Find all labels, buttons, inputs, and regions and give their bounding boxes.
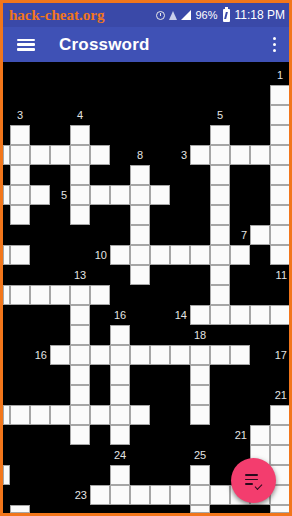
white-cell[interactable] (130, 345, 150, 365)
black-cell (190, 225, 210, 245)
white-cell[interactable] (270, 405, 289, 425)
black-cell (90, 445, 110, 465)
white-cell[interactable] (10, 185, 30, 205)
white-cell[interactable] (150, 345, 170, 365)
black-cell: 16 (30, 345, 50, 365)
black-cell (190, 105, 210, 125)
black-cell (50, 265, 70, 285)
white-cell[interactable] (270, 225, 289, 245)
white-cell[interactable] (250, 145, 270, 165)
white-cell[interactable] (270, 205, 289, 225)
black-cell (230, 85, 250, 105)
clue-number: 4 (77, 110, 83, 121)
black-cell (3, 505, 10, 513)
black-cell (10, 425, 30, 445)
black-cell (90, 325, 110, 345)
black-cell (150, 325, 170, 345)
black-cell: 5 (50, 185, 70, 205)
white-cell[interactable] (250, 425, 270, 445)
black-cell (170, 185, 190, 205)
clue-number: 17 (275, 350, 287, 361)
battery-icon (223, 9, 230, 22)
black-cell (250, 65, 270, 85)
black-cell (3, 125, 10, 145)
black-cell (170, 85, 190, 105)
black-cell (150, 385, 170, 405)
white-cell[interactable] (270, 425, 289, 445)
white-cell[interactable] (170, 485, 190, 505)
black-cell (150, 265, 170, 285)
black-cell (50, 125, 70, 145)
black-cell (110, 145, 130, 165)
white-cell[interactable] (250, 225, 270, 245)
black-cell (30, 105, 50, 125)
black-cell: 23 (70, 485, 90, 505)
black-cell (170, 425, 190, 445)
white-cell[interactable] (270, 305, 289, 325)
black-cell (250, 125, 270, 145)
white-cell[interactable] (250, 305, 270, 325)
black-cell (50, 205, 70, 225)
black-cell (3, 445, 10, 465)
menu-icon[interactable] (17, 39, 35, 51)
black-cell (230, 125, 250, 145)
white-cell[interactable] (130, 185, 150, 205)
black-cell (230, 385, 250, 405)
white-cell[interactable] (50, 345, 70, 365)
white-cell[interactable] (230, 305, 250, 325)
black-cell (150, 205, 170, 225)
black-cell (110, 285, 130, 305)
black-cell: 5 (210, 105, 230, 125)
white-cell[interactable] (270, 125, 289, 145)
black-cell (10, 305, 30, 325)
black-cell (230, 65, 250, 85)
black-cell (70, 505, 90, 513)
white-cell[interactable] (10, 285, 30, 305)
black-cell (150, 505, 170, 513)
white-cell[interactable] (110, 365, 130, 385)
black-cell (230, 205, 250, 225)
black-cell (270, 365, 289, 385)
black-cell: 14 (170, 305, 190, 325)
black-cell (210, 445, 230, 465)
white-cell[interactable] (90, 405, 110, 425)
black-cell (250, 265, 270, 285)
black-cell: 24 (110, 445, 130, 465)
black-cell (170, 365, 190, 385)
clue-number: 24 (114, 450, 126, 461)
black-cell: 10 (90, 245, 110, 265)
black-cell (170, 205, 190, 225)
white-cell[interactable] (230, 245, 250, 265)
black-cell (90, 305, 110, 325)
black-cell: 11 (270, 265, 289, 285)
black-cell (150, 145, 170, 165)
black-cell (90, 365, 110, 385)
black-cell (250, 365, 270, 385)
white-cell[interactable] (110, 385, 130, 405)
black-cell (250, 405, 270, 425)
black-cell (210, 505, 230, 513)
white-cell[interactable] (10, 245, 30, 265)
black-cell (190, 185, 210, 205)
clue-number: 5 (217, 110, 223, 121)
black-cell (3, 225, 10, 245)
black-cell (250, 385, 270, 405)
clue-number: 21 (235, 430, 247, 441)
black-cell (210, 405, 230, 425)
black-cell (10, 385, 30, 405)
black-cell (50, 105, 70, 125)
white-cell[interactable] (70, 365, 90, 385)
battery-percent: 96% (195, 9, 217, 21)
white-cell[interactable] (130, 205, 150, 225)
black-cell (130, 85, 150, 105)
white-cell[interactable] (270, 245, 289, 265)
black-cell (130, 105, 150, 125)
black-cell: 25 (190, 445, 210, 465)
black-cell (130, 425, 150, 445)
black-cell (3, 305, 10, 325)
black-cell (90, 225, 110, 245)
black-cell (170, 505, 190, 513)
white-cell[interactable] (270, 165, 289, 185)
black-cell (50, 65, 70, 85)
black-cell (110, 65, 130, 85)
white-cell[interactable] (150, 245, 170, 265)
black-cell (230, 265, 250, 285)
black-cell (110, 205, 130, 225)
white-cell[interactable] (70, 305, 90, 325)
black-cell (3, 365, 10, 385)
black-cell (10, 345, 30, 365)
white-cell[interactable] (3, 185, 10, 205)
black-cell (190, 265, 210, 285)
white-cell[interactable] (110, 485, 130, 505)
black-cell (70, 445, 90, 465)
check-answers-fab[interactable] (231, 458, 276, 503)
black-cell (90, 385, 110, 405)
black-cell (210, 365, 230, 385)
black-cell (210, 385, 230, 405)
white-cell[interactable] (230, 145, 250, 165)
white-cell[interactable] (90, 285, 110, 305)
white-cell[interactable] (190, 385, 210, 405)
black-cell (170, 265, 190, 285)
black-cell (150, 465, 170, 485)
black-cell (150, 125, 170, 145)
black-cell (130, 445, 150, 465)
clue-number: 25 (194, 450, 206, 461)
black-cell (170, 125, 190, 145)
white-cell[interactable] (110, 325, 130, 345)
white-cell[interactable] (70, 165, 90, 185)
white-cell[interactable] (3, 285, 10, 305)
white-cell[interactable] (190, 505, 210, 513)
black-cell (30, 125, 50, 145)
white-cell[interactable] (3, 145, 10, 165)
white-cell[interactable] (130, 225, 150, 245)
white-cell[interactable] (210, 125, 230, 145)
black-cell (230, 505, 250, 513)
black-cell: 13 (70, 265, 90, 285)
black-cell (190, 125, 210, 145)
app-bar: Crossword (3, 27, 289, 62)
white-cell[interactable] (270, 445, 289, 465)
white-cell[interactable] (190, 305, 210, 325)
white-cell[interactable] (3, 405, 10, 425)
white-cell[interactable] (130, 265, 150, 285)
black-cell (50, 445, 70, 465)
black-cell (30, 385, 50, 405)
white-cell[interactable] (210, 185, 230, 205)
white-cell[interactable] (210, 285, 230, 305)
black-cell (110, 165, 130, 185)
white-cell[interactable] (270, 85, 289, 105)
clue-number: 10 (95, 250, 107, 261)
white-cell[interactable] (130, 405, 150, 425)
black-cell (3, 325, 10, 345)
black-cell (150, 85, 170, 105)
white-cell[interactable] (210, 205, 230, 225)
white-cell[interactable] (3, 245, 10, 265)
white-cell[interactable] (270, 105, 289, 125)
vibrate-icon (169, 11, 177, 20)
white-cell[interactable] (110, 405, 130, 425)
black-cell: 3 (10, 105, 30, 125)
white-cell[interactable] (170, 345, 190, 365)
overflow-menu-icon[interactable] (269, 33, 281, 57)
white-cell[interactable] (270, 505, 289, 513)
black-cell (90, 465, 110, 485)
black-cell (170, 165, 190, 185)
black-cell (50, 325, 70, 345)
white-cell[interactable] (270, 185, 289, 205)
black-cell (3, 105, 10, 125)
white-cell[interactable] (30, 185, 50, 205)
white-cell[interactable] (70, 345, 90, 365)
black-cell (70, 245, 90, 265)
white-cell[interactable] (30, 405, 50, 425)
signal-icon (181, 10, 191, 20)
white-cell[interactable] (90, 185, 110, 205)
white-cell[interactable] (110, 345, 130, 365)
white-cell[interactable] (230, 345, 250, 365)
black-cell (10, 265, 30, 285)
white-cell[interactable] (190, 405, 210, 425)
white-cell[interactable] (190, 465, 210, 485)
black-cell (230, 325, 250, 345)
black-cell (250, 325, 270, 345)
clue-number: 13 (74, 270, 86, 281)
black-cell (30, 445, 50, 465)
black-cell (50, 305, 70, 325)
black-cell (10, 485, 30, 505)
clue-number: 3 (181, 150, 187, 161)
white-cell[interactable] (50, 285, 70, 305)
black-cell (30, 265, 50, 285)
white-cell[interactable] (70, 425, 90, 445)
black-cell (230, 405, 250, 425)
watermark-text: hack-cheat.org (9, 8, 104, 23)
white-cell[interactable] (210, 305, 230, 325)
white-cell[interactable] (70, 325, 90, 345)
white-cell[interactable] (110, 185, 130, 205)
white-cell[interactable] (190, 365, 210, 385)
white-cell[interactable] (30, 285, 50, 305)
black-cell: 1 (270, 65, 289, 85)
black-cell (90, 425, 110, 445)
black-cell (30, 325, 50, 345)
white-cell[interactable] (70, 405, 90, 425)
black-cell (170, 465, 190, 485)
black-cell (90, 105, 110, 125)
white-cell[interactable] (190, 485, 210, 505)
black-cell: 7 (230, 225, 250, 245)
white-cell[interactable] (210, 485, 230, 505)
black-cell (270, 325, 289, 345)
black-cell (90, 65, 110, 85)
white-cell[interactable] (190, 245, 210, 265)
white-cell[interactable] (210, 145, 230, 165)
white-cell[interactable] (70, 145, 90, 165)
white-cell[interactable] (3, 465, 10, 485)
white-cell[interactable] (210, 165, 230, 185)
black-cell (150, 425, 170, 445)
white-cell[interactable] (190, 145, 210, 165)
clue-number: 14 (175, 310, 187, 321)
white-cell[interactable] (130, 165, 150, 185)
white-cell[interactable] (110, 245, 130, 265)
white-cell[interactable] (210, 225, 230, 245)
black-cell: 21 (270, 385, 289, 405)
black-cell (90, 165, 110, 185)
white-cell[interactable] (10, 145, 30, 165)
black-cell (150, 405, 170, 425)
black-cell (3, 485, 10, 505)
white-cell[interactable] (90, 345, 110, 365)
black-cell (3, 165, 10, 185)
white-cell[interactable] (150, 485, 170, 505)
black-cell (90, 85, 110, 105)
black-cell (250, 345, 270, 365)
black-cell (210, 325, 230, 345)
black-cell (3, 65, 10, 85)
black-cell: 3 (170, 145, 190, 165)
white-cell[interactable] (30, 145, 50, 165)
black-cell (210, 65, 230, 85)
black-cell (150, 225, 170, 245)
black-cell (10, 465, 30, 485)
white-cell[interactable] (70, 285, 90, 305)
page-title: Crossword (59, 35, 150, 55)
black-cell (3, 205, 10, 225)
black-cell (70, 465, 90, 485)
black-cell (30, 65, 50, 85)
white-cell[interactable] (270, 145, 289, 165)
black-cell (50, 465, 70, 485)
black-cell (110, 105, 130, 125)
black-cell (230, 105, 250, 125)
white-cell[interactable] (150, 185, 170, 205)
black-cell (70, 225, 90, 245)
white-cell[interactable] (10, 505, 30, 513)
white-cell[interactable] (70, 185, 90, 205)
white-cell[interactable] (110, 425, 130, 445)
black-cell (250, 285, 270, 305)
black-cell (70, 85, 90, 105)
black-cell: 18 (190, 325, 210, 345)
clue-number: 16 (35, 350, 47, 361)
black-cell (10, 445, 30, 465)
white-cell[interactable] (130, 485, 150, 505)
black-cell (150, 105, 170, 125)
white-cell[interactable] (210, 245, 230, 265)
black-cell (210, 465, 230, 485)
black-cell (50, 85, 70, 105)
black-cell (250, 165, 270, 185)
white-cell[interactable] (210, 265, 230, 285)
black-cell: 4 (70, 105, 90, 125)
white-cell[interactable] (190, 345, 210, 365)
black-cell (30, 205, 50, 225)
status-time: 11:18 PM (235, 8, 285, 22)
black-cell (110, 125, 130, 145)
black-cell (30, 425, 50, 445)
black-cell: 21 (230, 425, 250, 445)
black-cell (130, 325, 150, 345)
white-cell[interactable] (50, 405, 70, 425)
black-cell (10, 365, 30, 385)
white-cell[interactable] (50, 145, 70, 165)
white-cell[interactable] (70, 205, 90, 225)
black-cell (90, 125, 110, 145)
black-cell (10, 65, 30, 85)
black-cell (30, 85, 50, 105)
white-cell[interactable] (10, 165, 30, 185)
white-cell[interactable] (70, 125, 90, 145)
white-cell[interactable] (10, 205, 30, 225)
white-cell[interactable] (90, 485, 110, 505)
black-cell (3, 425, 10, 445)
white-cell[interactable] (10, 125, 30, 145)
white-cell[interactable] (170, 245, 190, 265)
white-cell[interactable] (130, 245, 150, 265)
black-cell (50, 505, 70, 513)
black-cell (190, 285, 210, 305)
black-cell (10, 325, 30, 345)
black-cell (250, 105, 270, 125)
black-cell (190, 65, 210, 85)
black-cell (190, 165, 210, 185)
black-cell (110, 265, 130, 285)
black-cell (230, 285, 250, 305)
black-cell (230, 185, 250, 205)
black-cell (90, 505, 110, 513)
black-cell (30, 305, 50, 325)
black-cell (3, 85, 10, 105)
white-cell[interactable] (70, 385, 90, 405)
white-cell[interactable] (210, 345, 230, 365)
white-cell[interactable] (10, 405, 30, 425)
black-cell (170, 225, 190, 245)
black-cell (90, 265, 110, 285)
white-cell[interactable] (110, 465, 130, 485)
black-cell (50, 225, 70, 245)
black-cell (90, 205, 110, 225)
white-cell[interactable] (90, 145, 110, 165)
